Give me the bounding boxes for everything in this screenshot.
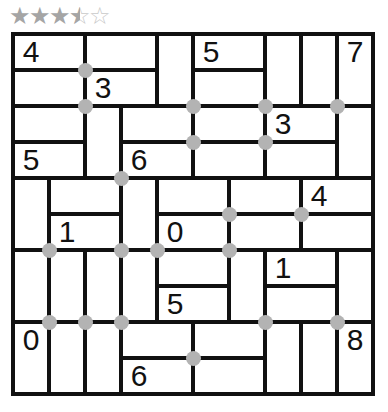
brick-r1c10-v[interactable] [337,34,373,106]
brick-r7c2-v[interactable] [49,250,85,322]
brick-r6c7-h[interactable] [229,214,301,250]
four-way-junction-dot [78,99,93,114]
brick-r7c3-v[interactable] [85,250,121,322]
brick-r10c6-h[interactable] [193,358,265,394]
difficulty-star-full-icon: ★ [49,4,69,28]
brick-r7c1-v[interactable] [13,250,49,322]
brick-r9c1-v[interactable] [13,322,49,394]
four-way-junction-dot [78,315,93,330]
brick-r9c10-v[interactable] [337,322,373,394]
brick-r1c9-v[interactable] [301,34,337,106]
four-way-junction-dot [294,207,309,222]
brick-r10c4-h[interactable] [121,358,193,394]
difficulty-rating: ★★★☆★☆ [9,4,109,28]
star-half-fill-icon: ★ [69,4,80,28]
brick-r3c3-v[interactable] [85,106,121,178]
brick-r6c2-h[interactable] [49,214,121,250]
four-way-junction-dot [186,99,201,114]
puzzle-board: 457335641015086 [11,32,375,396]
difficulty-star-full-icon: ★ [9,4,29,28]
brick-r6c5-h[interactable] [157,214,229,250]
four-way-junction-dot [258,315,273,330]
brick-r3c1-h[interactable] [13,106,85,142]
brick-r4c1-h[interactable] [13,142,85,178]
four-way-junction-dot [186,351,201,366]
brick-r4c8-h[interactable] [265,142,337,178]
brick-r3c6-h[interactable] [193,106,265,142]
four-way-junction-dot [222,207,237,222]
brick-r3c10-v[interactable] [337,106,373,178]
brick-r5c7-h[interactable] [229,178,301,214]
four-way-junction-dot [258,99,273,114]
four-way-junction-dot [186,135,201,150]
brick-r3c4-h[interactable] [121,106,193,142]
difficulty-star-empty-icon: ☆ [89,4,109,28]
brick-r5c9-h[interactable] [301,178,373,214]
brick-r6c9-h[interactable] [301,214,373,250]
brick-r7c8-h[interactable] [265,250,337,286]
brick-r8c8-h[interactable] [265,286,337,322]
four-way-junction-dot [78,63,93,78]
four-way-junction-dot [150,243,165,258]
four-way-junction-dot [114,243,129,258]
brick-r9c4-h[interactable] [121,322,193,358]
brick-r1c5-v[interactable] [157,34,193,106]
four-way-junction-dot [330,315,345,330]
brick-r2c3-h[interactable] [85,70,157,106]
brick-r4c4-h[interactable] [121,142,193,178]
brick-r9c8-v[interactable] [265,322,301,394]
brick-r1c6-h[interactable] [193,34,265,70]
difficulty-star-full-icon: ★ [29,4,49,28]
brick-r1c1-h[interactable] [13,34,85,70]
brick-r9c9-v[interactable] [301,322,337,394]
difficulty-star-half-icon: ☆★ [69,4,89,28]
four-way-junction-dot [114,171,129,186]
brick-r7c7-v[interactable] [229,250,265,322]
brick-r9c2-v[interactable] [49,322,85,394]
brick-r9c6-h[interactable] [193,322,265,358]
brick-r5c4-v[interactable] [121,178,157,250]
brick-r4c6-h[interactable] [193,142,265,178]
four-way-junction-dot [258,135,273,150]
brick-r5c1-v[interactable] [13,178,49,250]
four-way-junction-dot [114,315,129,330]
brick-r9c3-v[interactable] [85,322,121,394]
brick-r1c3-h[interactable] [85,34,157,70]
brick-r8c5-h[interactable] [157,286,229,322]
brick-r1c8-v[interactable] [265,34,301,106]
four-way-junction-dot [42,315,57,330]
brick-r5c2-h[interactable] [49,178,121,214]
brick-r7c4-v[interactable] [121,250,157,322]
brick-r7c5-h[interactable] [157,250,229,286]
four-way-junction-dot [222,243,237,258]
brick-r7c10-v[interactable] [337,250,373,322]
four-way-junction-dot [42,243,57,258]
four-way-junction-dot [330,99,345,114]
brick-r2c6-h[interactable] [193,70,265,106]
brick-r2c1-h[interactable] [13,70,85,106]
brick-r5c5-h[interactable] [157,178,229,214]
brick-r3c8-h[interactable] [265,106,337,142]
